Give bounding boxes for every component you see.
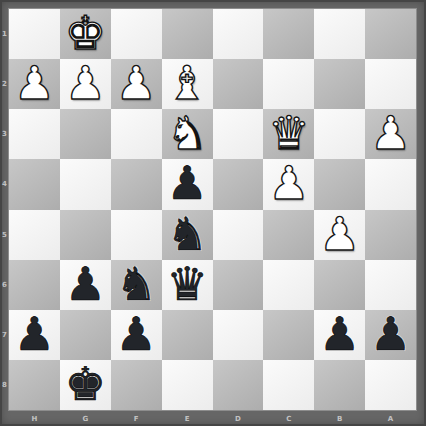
black-pawn[interactable]: ♟ (166, 158, 207, 208)
square-e3[interactable]: ♞ (162, 109, 213, 159)
square-g3[interactable] (60, 109, 111, 159)
square-a2[interactable] (365, 59, 416, 109)
square-f2[interactable]: ♟ (111, 59, 162, 109)
file-label-c: C (263, 411, 314, 426)
square-h8[interactable] (9, 360, 60, 410)
square-e5[interactable]: ♞ (162, 210, 213, 260)
square-c7[interactable] (263, 310, 314, 360)
white-pawn[interactable]: ♟ (14, 58, 55, 108)
rank-labels: 12345678 (0, 9, 9, 410)
square-b1[interactable] (314, 9, 365, 59)
square-e7[interactable] (162, 310, 213, 360)
square-b7[interactable]: ♟ (314, 310, 365, 360)
square-h5[interactable] (9, 210, 60, 260)
rank-label-1: 1 (0, 9, 9, 59)
square-h2[interactable]: ♟ (9, 59, 60, 109)
white-bishop[interactable]: ♝ (166, 58, 207, 108)
square-d1[interactable] (213, 9, 264, 59)
square-e2[interactable]: ♝ (162, 59, 213, 109)
square-d3[interactable] (213, 109, 264, 159)
rank-label-4: 4 (0, 159, 9, 209)
square-e6[interactable]: ♛ (162, 260, 213, 310)
square-g6[interactable]: ♟ (60, 260, 111, 310)
white-knight[interactable]: ♞ (166, 108, 207, 158)
file-label-f: F (111, 411, 162, 426)
square-g2[interactable]: ♟ (60, 59, 111, 109)
square-d2[interactable] (213, 59, 264, 109)
black-knight[interactable]: ♞ (166, 209, 207, 259)
square-f1[interactable] (111, 9, 162, 59)
square-g1[interactable]: ♚ (60, 9, 111, 59)
black-queen[interactable]: ♛ (166, 259, 207, 309)
chess-board-frame: 12345678 ♚♟♟♟♝♞♛♟♟♟♞♟♟♞♛♟♟♟♟♚ HGFEDCBA (0, 0, 426, 426)
square-f8[interactable] (111, 360, 162, 410)
square-h4[interactable] (9, 159, 60, 209)
square-d5[interactable] (213, 210, 264, 260)
rank-label-8: 8 (0, 360, 9, 410)
square-f3[interactable] (111, 109, 162, 159)
square-b2[interactable] (314, 59, 365, 109)
square-h1[interactable] (9, 9, 60, 59)
square-g4[interactable] (60, 159, 111, 209)
rank-label-2: 2 (0, 59, 9, 109)
square-g8[interactable]: ♚ (60, 360, 111, 410)
square-d8[interactable] (213, 360, 264, 410)
square-f7[interactable]: ♟ (111, 310, 162, 360)
white-king[interactable]: ♚ (65, 8, 106, 58)
square-h3[interactable] (9, 109, 60, 159)
square-c8[interactable] (263, 360, 314, 410)
black-knight[interactable]: ♞ (116, 259, 157, 309)
square-c4[interactable]: ♟ (263, 159, 314, 209)
file-labels: HGFEDCBA (9, 411, 416, 426)
file-label-d: D (213, 411, 264, 426)
white-pawn[interactable]: ♟ (65, 58, 106, 108)
square-c6[interactable] (263, 260, 314, 310)
square-b4[interactable] (314, 159, 365, 209)
square-g7[interactable] (60, 310, 111, 360)
square-h6[interactable] (9, 260, 60, 310)
rank-label-3: 3 (0, 109, 9, 159)
black-pawn[interactable]: ♟ (319, 309, 360, 359)
square-b6[interactable] (314, 260, 365, 310)
rank-label-6: 6 (0, 260, 9, 310)
file-label-h: H (9, 411, 60, 426)
square-a1[interactable] (365, 9, 416, 59)
black-pawn[interactable]: ♟ (65, 259, 106, 309)
square-c1[interactable] (263, 9, 314, 59)
square-b5[interactable]: ♟ (314, 210, 365, 260)
square-a7[interactable]: ♟ (365, 310, 416, 360)
square-f6[interactable]: ♞ (111, 260, 162, 310)
square-d6[interactable] (213, 260, 264, 310)
square-a8[interactable] (365, 360, 416, 410)
file-label-g: G (60, 411, 111, 426)
white-pawn[interactable]: ♟ (116, 58, 157, 108)
black-pawn[interactable]: ♟ (370, 309, 411, 359)
square-e8[interactable] (162, 360, 213, 410)
square-a3[interactable]: ♟ (365, 109, 416, 159)
square-f4[interactable] (111, 159, 162, 209)
rank-label-7: 7 (0, 310, 9, 360)
file-label-b: B (314, 411, 365, 426)
square-f5[interactable] (111, 210, 162, 260)
rank-label-5: 5 (0, 210, 9, 260)
square-a5[interactable] (365, 210, 416, 260)
square-g5[interactable] (60, 210, 111, 260)
file-label-a: A (365, 411, 416, 426)
square-d7[interactable] (213, 310, 264, 360)
black-pawn[interactable]: ♟ (116, 309, 157, 359)
square-e4[interactable]: ♟ (162, 159, 213, 209)
file-label-e: E (162, 411, 213, 426)
square-a4[interactable] (365, 159, 416, 209)
white-queen[interactable]: ♛ (268, 108, 309, 158)
square-c2[interactable] (263, 59, 314, 109)
white-pawn[interactable]: ♟ (319, 209, 360, 259)
square-b8[interactable] (314, 360, 365, 410)
square-d4[interactable] (213, 159, 264, 209)
black-king[interactable]: ♚ (65, 359, 106, 409)
square-c3[interactable]: ♛ (263, 109, 314, 159)
square-h7[interactable]: ♟ (9, 310, 60, 360)
black-pawn[interactable]: ♟ (14, 309, 55, 359)
chess-board[interactable]: ♚♟♟♟♝♞♛♟♟♟♞♟♟♞♛♟♟♟♟♚ (9, 9, 416, 410)
white-pawn[interactable]: ♟ (268, 158, 309, 208)
white-pawn[interactable]: ♟ (370, 108, 411, 158)
square-c5[interactable] (263, 210, 314, 260)
square-e1[interactable] (162, 9, 213, 59)
square-a6[interactable] (365, 260, 416, 310)
square-b3[interactable] (314, 109, 365, 159)
